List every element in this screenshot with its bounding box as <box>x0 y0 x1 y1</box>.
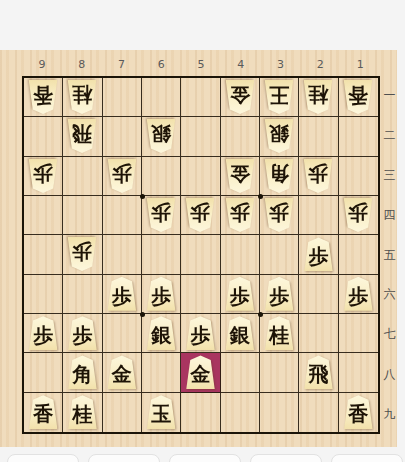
piece-kanji: 銀 <box>230 325 250 345</box>
koma-shape: 歩 <box>146 277 177 311</box>
piece-sente-28[interactable]: 飛 <box>303 355 334 389</box>
square-21[interactable]: 桂 <box>299 78 338 117</box>
square-29[interactable] <box>299 393 338 432</box>
rank-label-5: 五 <box>382 235 397 275</box>
square-67[interactable]: 銀 <box>142 314 181 353</box>
piece-sente-89[interactable]: 桂 <box>67 395 98 429</box>
koma-shape: 金 <box>106 355 137 389</box>
square-85[interactable]: 歩 <box>63 235 102 274</box>
file-label-3: 3 <box>261 58 301 74</box>
koma-shape: 歩 <box>264 277 295 311</box>
square-38[interactable] <box>260 353 299 392</box>
piece-kanji: 飛 <box>72 124 92 144</box>
koma-shape: 桂 <box>303 80 334 114</box>
piece-gote-33[interactable]: 角 <box>264 159 295 193</box>
square-97[interactable]: 歩 <box>24 314 63 353</box>
piece-kanji: 歩 <box>348 286 368 306</box>
file-label-4: 4 <box>221 58 261 74</box>
piece-gote-11[interactable]: 香 <box>343 80 374 114</box>
square-75[interactable] <box>103 235 142 274</box>
square-22[interactable] <box>299 117 338 156</box>
square-58[interactable]: 金 <box>181 353 220 392</box>
piece-kanji: 歩 <box>269 203 289 223</box>
square-25[interactable]: 歩 <box>299 235 338 274</box>
piece-gote-31[interactable]: 王 <box>264 80 295 114</box>
piece-kanji: 角 <box>269 164 289 184</box>
square-56[interactable] <box>181 275 220 314</box>
rank-label-7: 七 <box>382 315 397 355</box>
piece-sente-67[interactable]: 銀 <box>146 316 177 350</box>
rank-label-4: 四 <box>382 195 397 235</box>
koma-shape: 歩 <box>224 277 255 311</box>
star-point <box>258 312 263 317</box>
square-76[interactable]: 歩 <box>103 275 142 314</box>
square-33[interactable]: 角 <box>260 157 299 196</box>
square-98[interactable] <box>24 353 63 392</box>
rank-labels: 一二三四五六七八九 <box>382 76 397 434</box>
koma-shape: 歩 <box>67 237 98 271</box>
piece-sente-58[interactable]: 金 <box>185 355 216 389</box>
file-label-5: 5 <box>181 58 221 74</box>
square-49[interactable] <box>221 393 260 432</box>
square-95[interactable] <box>24 235 63 274</box>
rank-label-9: 九 <box>382 394 397 434</box>
square-64[interactable]: 歩 <box>142 196 181 235</box>
square-15[interactable] <box>339 235 378 274</box>
tray-stub-5[interactable] <box>331 454 403 462</box>
rank-label-1: 一 <box>382 76 397 116</box>
piece-gote-21[interactable]: 桂 <box>303 80 334 114</box>
koma-shape: 飛 <box>67 119 98 153</box>
piece-sente-16[interactable]: 歩 <box>343 277 374 311</box>
koma-shape: 歩 <box>303 159 334 193</box>
piece-kanji: 桂 <box>308 85 328 105</box>
square-68[interactable] <box>142 353 181 392</box>
piece-kanji: 桂 <box>72 404 92 424</box>
piece-kanji: 飛 <box>308 364 328 384</box>
rank-label-2: 二 <box>382 116 397 156</box>
piece-kanji: 歩 <box>190 325 210 345</box>
square-89[interactable]: 桂 <box>63 393 102 432</box>
square-71[interactable] <box>103 78 142 117</box>
piece-kanji: 金 <box>112 364 132 384</box>
piece-gote-82[interactable]: 飛 <box>67 119 98 153</box>
square-17[interactable] <box>339 314 378 353</box>
koma-shape: 歩 <box>303 237 334 271</box>
square-54[interactable]: 歩 <box>181 196 220 235</box>
square-55[interactable] <box>181 235 220 274</box>
piece-kanji: 銀 <box>151 325 171 345</box>
koma-shape: 銀 <box>146 316 177 350</box>
piece-kanji: 金 <box>230 85 250 105</box>
tray-stub-2[interactable] <box>88 454 160 462</box>
square-81[interactable]: 桂 <box>63 78 102 117</box>
piece-kanji: 王 <box>269 85 289 105</box>
square-99[interactable]: 香 <box>24 393 63 432</box>
piece-gote-93[interactable]: 歩 <box>28 159 59 193</box>
square-51[interactable] <box>181 78 220 117</box>
koma-shape: 香 <box>28 80 59 114</box>
piece-sente-57[interactable]: 歩 <box>185 316 216 350</box>
file-labels: 987654321 <box>22 58 380 74</box>
square-14[interactable]: 歩 <box>339 196 378 235</box>
square-83[interactable] <box>63 157 102 196</box>
piece-gote-73[interactable]: 歩 <box>106 159 137 193</box>
square-18[interactable] <box>339 353 378 392</box>
koma-shape: 歩 <box>28 316 59 350</box>
square-23[interactable]: 歩 <box>299 157 338 196</box>
piece-kanji: 銀 <box>151 124 171 144</box>
tray-stub-1[interactable] <box>7 454 79 462</box>
koma-shape: 角 <box>67 355 98 389</box>
square-35[interactable] <box>260 235 299 274</box>
koma-shape: 香 <box>28 395 59 429</box>
square-77[interactable] <box>103 314 142 353</box>
square-19[interactable]: 香 <box>339 393 378 432</box>
piece-sente-76[interactable]: 歩 <box>106 277 137 311</box>
square-13[interactable] <box>339 157 378 196</box>
piece-gote-54[interactable]: 歩 <box>185 198 216 232</box>
piece-gote-14[interactable]: 歩 <box>343 198 374 232</box>
square-61[interactable] <box>142 78 181 117</box>
piece-sente-25[interactable]: 歩 <box>303 237 334 271</box>
square-53[interactable] <box>181 157 220 196</box>
piece-kanji: 歩 <box>33 164 53 184</box>
piece-gote-64[interactable]: 歩 <box>146 198 177 232</box>
bottom-tray-row <box>7 454 403 462</box>
piece-kanji: 玉 <box>151 404 171 424</box>
piece-sente-66[interactable]: 歩 <box>146 277 177 311</box>
piece-kanji: 歩 <box>72 325 92 345</box>
square-74[interactable] <box>103 196 142 235</box>
koma-shape: 王 <box>264 80 295 114</box>
shogi-app: 987654321 香桂金王桂香飛銀銀歩歩金角歩歩歩歩歩歩歩歩歩歩歩歩歩歩歩銀歩… <box>0 0 405 462</box>
square-41[interactable]: 金 <box>221 78 260 117</box>
piece-sente-97[interactable]: 歩 <box>28 316 59 350</box>
koma-shape: 歩 <box>67 316 98 350</box>
koma-shape: 飛 <box>303 355 334 389</box>
square-96[interactable] <box>24 275 63 314</box>
koma-shape: 桂 <box>67 395 98 429</box>
koma-shape: 金 <box>224 159 255 193</box>
piece-kanji: 歩 <box>190 203 210 223</box>
square-45[interactable] <box>221 235 260 274</box>
piece-kanji: 歩 <box>33 325 53 345</box>
koma-shape: 歩 <box>106 277 137 311</box>
piece-sente-88[interactable]: 角 <box>67 355 98 389</box>
square-94[interactable] <box>24 196 63 235</box>
piece-kanji: 香 <box>348 85 368 105</box>
square-66[interactable]: 歩 <box>142 275 181 314</box>
piece-kanji: 香 <box>33 85 53 105</box>
square-11[interactable]: 香 <box>339 78 378 117</box>
koma-shape: 金 <box>185 355 216 389</box>
koma-shape: 桂 <box>264 316 295 350</box>
square-32[interactable]: 銀 <box>260 117 299 156</box>
piece-kanji: 香 <box>348 404 368 424</box>
square-86[interactable] <box>63 275 102 314</box>
piece-kanji: 銀 <box>269 124 289 144</box>
piece-sente-47[interactable]: 銀 <box>224 316 255 350</box>
piece-gote-81[interactable]: 桂 <box>67 80 98 114</box>
square-72[interactable] <box>103 117 142 156</box>
square-88[interactable]: 角 <box>63 353 102 392</box>
rank-label-6: 六 <box>382 275 397 315</box>
koma-shape: 香 <box>343 80 374 114</box>
piece-kanji: 歩 <box>112 286 132 306</box>
piece-sente-46[interactable]: 歩 <box>224 277 255 311</box>
board-grid: 香桂金王桂香飛銀銀歩歩金角歩歩歩歩歩歩歩歩歩歩歩歩歩歩歩銀歩銀桂角金金飛香桂玉香 <box>22 76 380 434</box>
koma-shape: 歩 <box>28 159 59 193</box>
square-92[interactable] <box>24 117 63 156</box>
square-16[interactable]: 歩 <box>339 275 378 314</box>
square-46[interactable]: 歩 <box>221 275 260 314</box>
piece-kanji: 金 <box>190 364 210 384</box>
square-48[interactable] <box>221 353 260 392</box>
square-82[interactable]: 飛 <box>63 117 102 156</box>
square-73[interactable]: 歩 <box>103 157 142 196</box>
piece-gote-23[interactable]: 歩 <box>303 159 334 193</box>
file-label-8: 8 <box>62 58 102 74</box>
piece-kanji: 歩 <box>72 242 92 262</box>
square-36[interactable]: 歩 <box>260 275 299 314</box>
piece-kanji: 歩 <box>151 203 171 223</box>
koma-shape: 角 <box>264 159 295 193</box>
koma-shape: 桂 <box>67 80 98 114</box>
piece-sente-69[interactable]: 玉 <box>146 395 177 429</box>
file-label-9: 9 <box>22 58 62 74</box>
koma-shape: 歩 <box>343 198 374 232</box>
square-12[interactable] <box>339 117 378 156</box>
star-point <box>258 194 263 199</box>
square-65[interactable] <box>142 235 181 274</box>
square-39[interactable] <box>260 393 299 432</box>
piece-kanji: 歩 <box>308 246 328 266</box>
koma-shape: 銀 <box>264 119 295 153</box>
square-27[interactable] <box>299 314 338 353</box>
koma-shape: 歩 <box>264 198 295 232</box>
rank-label-3: 三 <box>382 156 397 196</box>
piece-gote-43[interactable]: 金 <box>224 159 255 193</box>
square-87[interactable]: 歩 <box>63 314 102 353</box>
file-label-2: 2 <box>300 58 340 74</box>
square-91[interactable]: 香 <box>24 78 63 117</box>
rank-label-8: 八 <box>382 354 397 394</box>
piece-gote-34[interactable]: 歩 <box>264 198 295 232</box>
piece-gote-41[interactable]: 金 <box>224 80 255 114</box>
koma-shape: 香 <box>343 395 374 429</box>
square-84[interactable] <box>63 196 102 235</box>
piece-kanji: 桂 <box>72 85 92 105</box>
square-47[interactable]: 銀 <box>221 314 260 353</box>
piece-kanji: 歩 <box>269 286 289 306</box>
square-43[interactable]: 金 <box>221 157 260 196</box>
star-point <box>140 194 145 199</box>
piece-gote-44[interactable]: 歩 <box>224 198 255 232</box>
square-24[interactable] <box>299 196 338 235</box>
piece-kanji: 歩 <box>112 164 132 184</box>
square-28[interactable]: 飛 <box>299 353 338 392</box>
square-63[interactable] <box>142 157 181 196</box>
piece-sente-87[interactable]: 歩 <box>67 316 98 350</box>
piece-sente-19[interactable]: 香 <box>343 395 374 429</box>
file-label-1: 1 <box>340 58 380 74</box>
square-69[interactable]: 玉 <box>142 393 181 432</box>
piece-kanji: 桂 <box>269 325 289 345</box>
square-93[interactable]: 歩 <box>24 157 63 196</box>
square-59[interactable] <box>181 393 220 432</box>
koma-shape: 金 <box>224 80 255 114</box>
piece-gote-32[interactable]: 銀 <box>264 119 295 153</box>
koma-shape: 歩 <box>185 316 216 350</box>
square-42[interactable] <box>221 117 260 156</box>
piece-sente-37[interactable]: 桂 <box>264 316 295 350</box>
square-79[interactable] <box>103 393 142 432</box>
piece-sente-36[interactable]: 歩 <box>264 277 295 311</box>
tray-stub-4[interactable] <box>250 454 322 462</box>
star-point <box>140 312 145 317</box>
square-52[interactable] <box>181 117 220 156</box>
piece-kanji: 歩 <box>348 203 368 223</box>
piece-kanji: 歩 <box>308 164 328 184</box>
piece-kanji: 歩 <box>230 203 250 223</box>
koma-shape: 歩 <box>106 159 137 193</box>
square-78[interactable]: 金 <box>103 353 142 392</box>
piece-kanji: 金 <box>230 164 250 184</box>
piece-kanji: 歩 <box>151 286 171 306</box>
square-26[interactable] <box>299 275 338 314</box>
board-panel: 987654321 香桂金王桂香飛銀銀歩歩金角歩歩歩歩歩歩歩歩歩歩歩歩歩歩歩銀歩… <box>0 50 397 447</box>
koma-shape: 銀 <box>224 316 255 350</box>
koma-shape: 歩 <box>185 198 216 232</box>
piece-gote-85[interactable]: 歩 <box>67 237 98 271</box>
piece-kanji: 歩 <box>230 286 250 306</box>
piece-gote-91[interactable]: 香 <box>28 80 59 114</box>
koma-shape: 玉 <box>146 395 177 429</box>
piece-gote-62[interactable]: 銀 <box>146 119 177 153</box>
piece-kanji: 角 <box>72 364 92 384</box>
koma-shape: 銀 <box>146 119 177 153</box>
piece-sente-78[interactable]: 金 <box>106 355 137 389</box>
square-62[interactable]: 銀 <box>142 117 181 156</box>
piece-kanji: 香 <box>33 404 53 424</box>
square-57[interactable]: 歩 <box>181 314 220 353</box>
square-37[interactable]: 桂 <box>260 314 299 353</box>
koma-shape: 歩 <box>224 198 255 232</box>
square-34[interactable]: 歩 <box>260 196 299 235</box>
file-label-6: 6 <box>141 58 181 74</box>
koma-shape: 歩 <box>146 198 177 232</box>
file-label-7: 7 <box>102 58 142 74</box>
koma-shape: 歩 <box>343 277 374 311</box>
square-44[interactable]: 歩 <box>221 196 260 235</box>
square-31[interactable]: 王 <box>260 78 299 117</box>
piece-sente-99[interactable]: 香 <box>28 395 59 429</box>
tray-stub-3[interactable] <box>169 454 241 462</box>
